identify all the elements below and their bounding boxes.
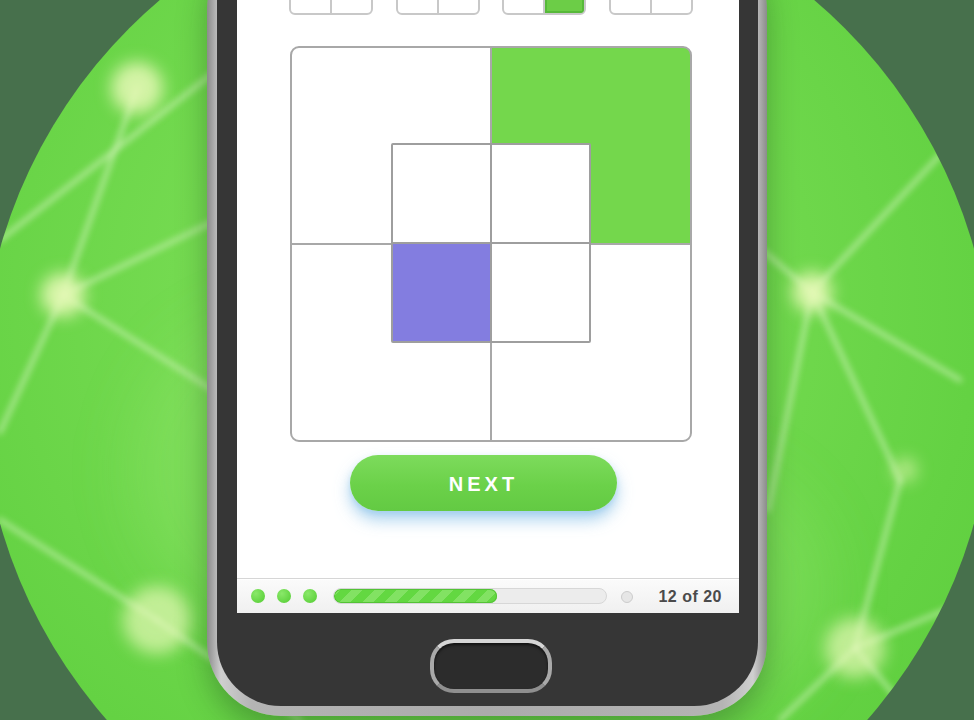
progress-label: 12 of 20: [658, 579, 722, 613]
answer-option-3-selected[interactable]: [502, 0, 586, 15]
inner-cell-top-left: [393, 145, 490, 242]
answer-option-3-cell-left: [504, 0, 543, 13]
phone-screen: NEXT 12 of 20: [237, 0, 739, 612]
home-button[interactable]: [430, 639, 552, 693]
answer-option-2-cell-left: [398, 0, 437, 13]
inner-cell-bottom-left: [393, 244, 490, 341]
inner-cell-bottom-right: [492, 244, 589, 341]
nav-dot-3: [303, 589, 317, 603]
progress-fill: [334, 589, 497, 603]
answer-option-4-cell-left: [611, 0, 650, 13]
bottom-bar: 12 of 20: [237, 578, 739, 613]
answer-option-3-cell-right: [545, 0, 584, 13]
next-button[interactable]: NEXT: [350, 455, 617, 511]
answer-option-2-cell-right: [439, 0, 478, 13]
answer-option-4-cell-right: [652, 0, 691, 13]
answer-option-4[interactable]: [609, 0, 693, 15]
progress-end-dot: [621, 591, 633, 603]
page: NEXT 12 of 20: [0, 0, 974, 720]
inner-cell-top-right: [492, 145, 589, 242]
answer-option-2[interactable]: [396, 0, 480, 15]
inner-grid: [391, 143, 591, 343]
answer-option-1-cell-right: [332, 0, 371, 13]
progress-bar: [333, 588, 607, 604]
answer-option-1-cell-left: [291, 0, 330, 13]
nav-dot-1: [251, 589, 265, 603]
answer-option-1[interactable]: [289, 0, 373, 15]
nav-dot-2: [277, 589, 291, 603]
